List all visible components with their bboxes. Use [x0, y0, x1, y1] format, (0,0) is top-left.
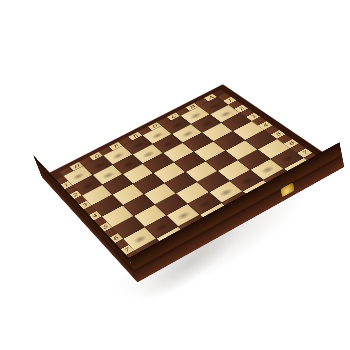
- queen-ball-finials: ●●●: [233, 156, 246, 162]
- chess-set-product-photo: HGFEDCBA HGFEDCBA 12345678 12345678 ♜♞♝♚…: [0, 0, 350, 350]
- brass-clasp-icon: [280, 182, 294, 197]
- queen-ball-finials: ●●●: [152, 94, 163, 99]
- king-cross-finial: ✚: [215, 163, 221, 173]
- king-cross-finial: ✚: [135, 99, 141, 108]
